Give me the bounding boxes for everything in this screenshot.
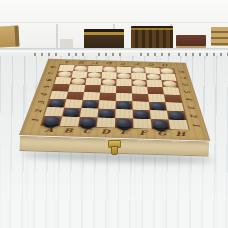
rank-label-right-3: 3: [181, 103, 200, 111]
rank-label-right-4: 4: [180, 95, 198, 103]
shelf-bracket: [56, 24, 58, 50]
wall-seam: [0, 22, 228, 23]
file-label-near-d: D: [96, 127, 115, 137]
piece-dark-g3: [150, 102, 166, 110]
brass-latch: [108, 140, 121, 148]
piece-dark-a1: [43, 116, 61, 125]
file-label-near-h: H: [170, 129, 191, 139]
piece-light-f6: [132, 80, 146, 86]
piece-light-d6: [102, 79, 116, 85]
square-e1: [115, 118, 133, 128]
dark-wooden-model: [131, 26, 173, 50]
piece-dark-d2: [99, 109, 115, 117]
square-g1: [151, 119, 170, 129]
file-label-near-b: B: [57, 126, 78, 136]
rank-label-right-5: 5: [178, 88, 196, 95]
piece-dark-e1: [116, 119, 132, 128]
square-f1: [133, 119, 152, 129]
file-label-near-a: A: [38, 125, 59, 135]
tan-wooden-box-left: [0, 25, 20, 47]
rank-label-right-6: 6: [176, 81, 193, 88]
piece-dark-a3: [48, 99, 65, 107]
small-grey-item: [60, 39, 73, 48]
board-3d-wrapper: ABCDEFGH 87654321 87654321 ABCDEFGH: [19, 59, 210, 141]
piece-dark-c1: [79, 118, 96, 127]
rank-label-right-1: 1: [186, 120, 207, 130]
square-d1: [97, 117, 116, 127]
glass-shelf-edge: [0, 48, 228, 52]
piece-light-h6: [162, 81, 177, 87]
piece-dark-b2: [63, 108, 80, 116]
square-b1: [60, 116, 80, 126]
piece-dark-e3: [117, 101, 132, 109]
file-label-near-f: F: [133, 128, 152, 138]
piece-dark-f2: [134, 110, 150, 118]
piece-dark-h2: [168, 111, 185, 119]
board-grid: [41, 65, 188, 130]
file-label-near-g: G: [152, 129, 172, 139]
shop-photo: ABCDEFGH 87654321 87654321 ABCDEFGH: [0, 0, 228, 228]
tan-wooden-box-right: [211, 27, 228, 46]
piece-dark-g1: [152, 120, 169, 129]
rank-label-right-2: 2: [184, 111, 204, 120]
file-label-near-c: C: [77, 126, 97, 136]
piece-dark-c3: [82, 100, 98, 108]
file-label-near-e: E: [115, 128, 134, 138]
square-c1: [78, 117, 97, 127]
board: ABCDEFGH 87654321 87654321 ABCDEFGH: [19, 59, 210, 141]
piece-light-b6: [71, 78, 86, 84]
